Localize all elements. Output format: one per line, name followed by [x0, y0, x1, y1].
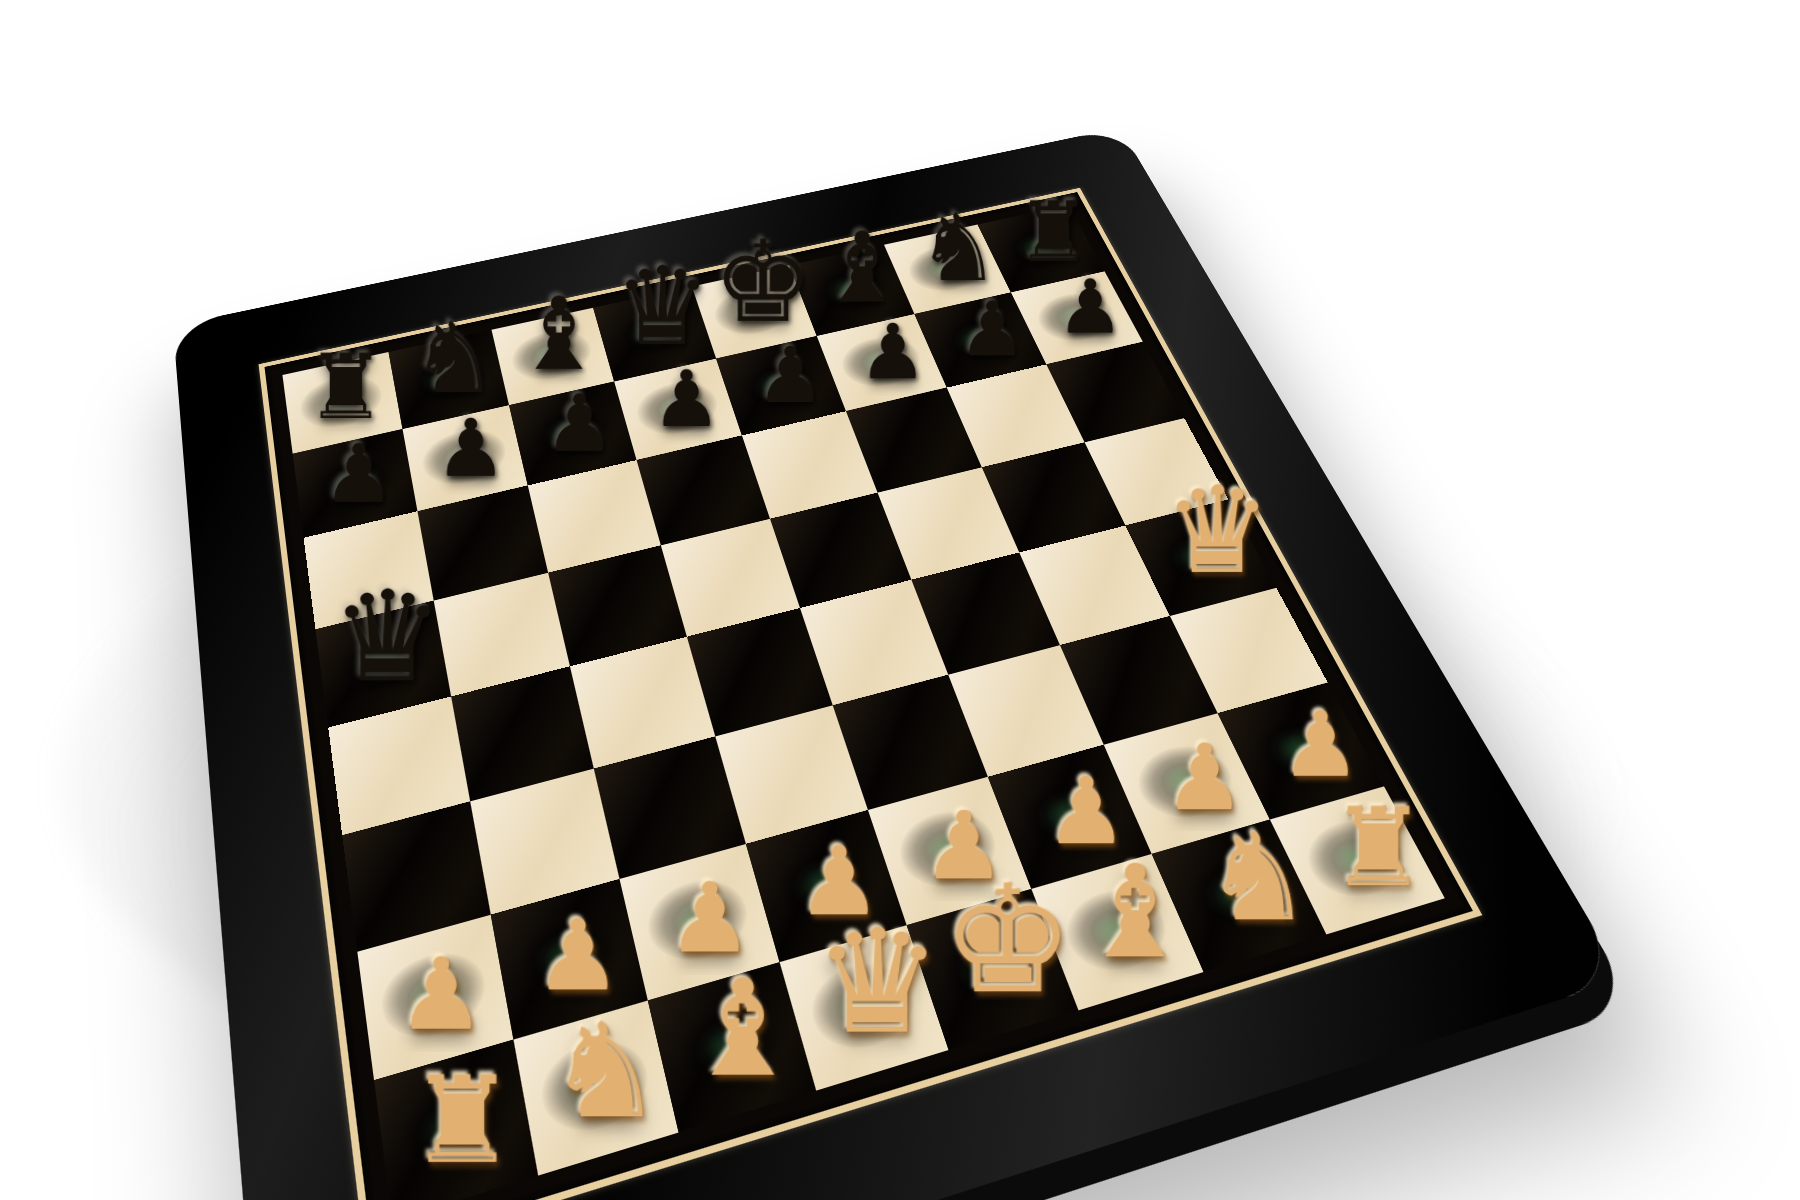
black-pawn-a7[interactable]: ♟: [323, 433, 395, 514]
white-pawn-h2[interactable]: ♟: [1280, 699, 1361, 789]
square-f4[interactable]: [911, 552, 1060, 674]
black-pawn-d7[interactable]: ♟: [651, 360, 721, 438]
board-frame: ♜♞♝♛♚♝♞♜♟♟♟♟♟♟♟♟♛♛♟♟♟♟♟♟♟♟♜♞♝♛♚♝♞♜: [173, 128, 1624, 1200]
square-b4[interactable]: [451, 666, 594, 801]
black-rook-a8[interactable]: ♜: [306, 342, 386, 432]
black-pawn-c7[interactable]: ♟: [544, 384, 615, 463]
black-queen-a5[interactable]: ♛: [332, 574, 445, 700]
square-b1[interactable]: ♞: [513, 1000, 679, 1176]
white-queen-h4[interactable]: ♛: [1163, 470, 1271, 590]
white-rook-h1[interactable]: ♜: [1330, 793, 1428, 902]
black-knight-b8[interactable]: ♞: [410, 309, 498, 407]
black-pawn-g7[interactable]: ♟: [959, 292, 1027, 367]
white-queen-d1[interactable]: ♛: [813, 910, 942, 1054]
frame-gap: ♜♞♝♛♚♝♞♜♟♟♟♟♟♟♟♟♛♛♟♟♟♟♟♟♟♟♜♞♝♛♚♝♞♜: [270, 196, 1463, 1200]
black-bishop-c8[interactable]: ♝: [514, 283, 604, 383]
black-pawn-h7[interactable]: ♟: [1057, 270, 1124, 345]
white-knight-b1[interactable]: ♞: [546, 1006, 663, 1137]
black-king-e8[interactable]: ♚: [713, 226, 814, 338]
white-pawn-a2[interactable]: ♟: [397, 944, 486, 1043]
white-king-e1[interactable]: ♚: [941, 866, 1074, 1015]
white-pawn-b2[interactable]: ♟: [534, 906, 622, 1004]
studio-backdrop: ♜♞♝♛♚♝♞♜♟♟♟♟♟♟♟♟♛♛♟♟♟♟♟♟♟♟♜♞♝♛♚♝♞♜: [0, 0, 1800, 1200]
white-bishop-f1[interactable]: ♝: [1077, 848, 1192, 976]
black-queen-d8[interactable]: ♛: [614, 252, 711, 360]
white-rook-a1[interactable]: ♜: [409, 1060, 517, 1181]
square-a5[interactable]: ♛: [315, 600, 450, 727]
playing-field: ♜♞♝♛♚♝♞♜♟♟♟♟♟♟♟♟♛♛♟♟♟♟♟♟♟♟♜♞♝♛♚♝♞♜: [282, 205, 1444, 1200]
black-pawn-b7[interactable]: ♟: [435, 408, 506, 488]
chess-board: ♜♞♝♛♚♝♞♜♟♟♟♟♟♟♟♟♛♛♟♟♟♟♟♟♟♟♜♞♝♛♚♝♞♜: [173, 128, 1624, 1200]
square-c4[interactable]: [570, 637, 715, 768]
black-pawn-f7[interactable]: ♟: [858, 314, 926, 390]
white-bishop-c1[interactable]: ♝: [683, 961, 803, 1095]
white-knight-g1[interactable]: ♞: [1204, 817, 1313, 939]
black-knight-g8[interactable]: ♞: [917, 202, 1000, 295]
maple-pinstripe-inlay: ♜♞♝♛♚♝♞♜♟♟♟♟♟♟♟♟♛♛♟♟♟♟♟♟♟♟♜♞♝♛♚♝♞♜: [259, 188, 1483, 1200]
black-bishop-f8[interactable]: ♝: [818, 219, 905, 316]
black-pawn-e7[interactable]: ♟: [756, 337, 825, 414]
black-rook-h8[interactable]: ♜: [1016, 190, 1091, 273]
